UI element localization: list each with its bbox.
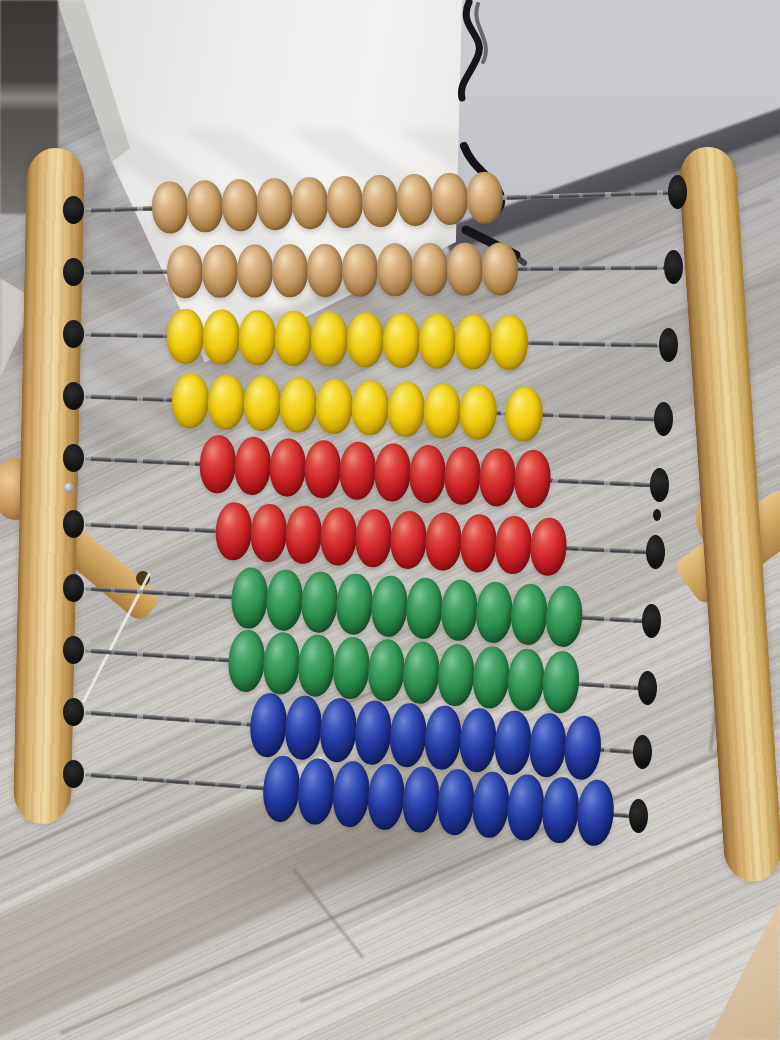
bead-r1-3[interactable] <box>221 179 259 232</box>
bead-r6-2[interactable] <box>249 503 288 563</box>
bead-r2-5[interactable] <box>307 243 343 296</box>
bead-r4-5[interactable] <box>315 378 354 434</box>
bead-r6-8[interactable] <box>459 513 498 573</box>
grommet-left-r3 <box>63 320 84 348</box>
bead-r5-2[interactable] <box>233 436 272 496</box>
grommet-right-r5 <box>650 468 669 502</box>
grommet-right-r1 <box>668 175 687 209</box>
bead-r2-1[interactable] <box>167 244 203 297</box>
grommet-left-r4 <box>63 382 84 410</box>
bead-r10-2[interactable] <box>296 757 337 826</box>
bead-r7-10[interactable] <box>544 584 583 647</box>
grommet-right-r9 <box>633 735 652 769</box>
screw <box>64 483 74 493</box>
bead-r10-8[interactable] <box>505 773 546 842</box>
bead-r4-9[interactable] <box>459 383 498 439</box>
bead-r1-1[interactable] <box>151 181 189 234</box>
bead-r6-10[interactable] <box>529 517 568 577</box>
bead-r4-2[interactable] <box>207 373 246 429</box>
bead-r10-10[interactable] <box>575 779 616 848</box>
grommet-left-r5 <box>63 444 84 472</box>
grommet-right-r8 <box>638 671 657 705</box>
bead-r1-8[interactable] <box>396 173 434 226</box>
grommet-left-r9 <box>63 698 84 726</box>
bead-r2-2[interactable] <box>202 244 238 297</box>
bead-r5-6[interactable] <box>373 443 412 503</box>
bead-r2-7[interactable] <box>377 243 413 296</box>
bead-r7-6[interactable] <box>405 576 444 639</box>
bead-r3-3[interactable] <box>238 309 276 365</box>
bead-r4-4[interactable] <box>279 376 318 432</box>
grommet-right-r2 <box>664 250 683 284</box>
bead-r10-7[interactable] <box>470 771 511 840</box>
grommet-left-r2 <box>63 258 84 286</box>
bead-r1-4[interactable] <box>256 178 294 231</box>
bead-r5-10[interactable] <box>513 449 552 509</box>
grommet-right-r4 <box>654 402 673 436</box>
bead-r1-9[interactable] <box>431 172 469 225</box>
bead-r10-5[interactable] <box>401 765 442 834</box>
bead-r6-4[interactable] <box>319 507 358 567</box>
bead-r1-10[interactable] <box>466 171 504 224</box>
bead-r1-7[interactable] <box>361 174 399 227</box>
bead-r2-3[interactable] <box>237 244 273 297</box>
bead-r10-9[interactable] <box>540 776 581 845</box>
bead-r7-3[interactable] <box>300 570 339 633</box>
bead-r2-9[interactable] <box>447 242 483 295</box>
grommet-right-r10 <box>629 799 648 833</box>
bead-r7-8[interactable] <box>475 580 514 643</box>
bead-r7-5[interactable] <box>370 574 409 637</box>
bead-r1-6[interactable] <box>326 176 364 229</box>
bead-r4-6[interactable] <box>351 379 390 435</box>
bead-r4-7[interactable] <box>387 381 426 437</box>
bead-r10-1[interactable] <box>261 755 302 824</box>
bead-r6-9[interactable] <box>494 515 533 575</box>
bead-r5-4[interactable] <box>303 439 342 499</box>
bead-r4-8[interactable] <box>423 382 462 438</box>
bead-r4-10[interactable] <box>505 385 544 441</box>
bead-r6-7[interactable] <box>424 512 463 572</box>
grommet-right-r3 <box>659 328 678 362</box>
bead-r5-9[interactable] <box>478 448 517 508</box>
bead-r3-1[interactable] <box>166 308 204 364</box>
grommet-left-r10 <box>63 760 84 788</box>
bead-r2-10[interactable] <box>482 242 518 295</box>
grommet-left-r7 <box>63 574 84 602</box>
bead-r10-4[interactable] <box>366 763 407 832</box>
bead-r4-3[interactable] <box>243 375 282 431</box>
bead-r3-8[interactable] <box>418 313 456 369</box>
bead-r3-5[interactable] <box>310 311 348 367</box>
right-post-hole <box>653 509 661 521</box>
bead-r6-6[interactable] <box>389 510 428 570</box>
bead-r10-6[interactable] <box>435 768 476 837</box>
bead-r7-7[interactable] <box>440 578 479 641</box>
bead-r3-4[interactable] <box>274 310 312 366</box>
bead-r1-5[interactable] <box>291 177 329 230</box>
bead-r5-1[interactable] <box>199 434 238 494</box>
bead-r3-10[interactable] <box>490 314 528 370</box>
bead-r6-3[interactable] <box>284 505 323 565</box>
bead-r5-3[interactable] <box>268 438 307 498</box>
bead-r3-6[interactable] <box>346 311 384 367</box>
bead-r3-9[interactable] <box>454 313 492 369</box>
grommet-right-r7 <box>642 604 661 638</box>
bead-r5-5[interactable] <box>338 441 377 501</box>
bead-r3-2[interactable] <box>202 309 240 365</box>
bead-r5-7[interactable] <box>408 444 447 504</box>
bead-r5-8[interactable] <box>443 446 482 506</box>
bead-r10-3[interactable] <box>331 760 372 829</box>
bead-r1-2[interactable] <box>186 180 224 233</box>
bead-r2-6[interactable] <box>342 243 378 296</box>
grommet-left-r1 <box>63 196 84 224</box>
bead-r7-9[interactable] <box>510 582 549 645</box>
grommet-right-r6 <box>646 535 665 569</box>
grommet-left-r6 <box>63 510 84 538</box>
bead-r2-8[interactable] <box>412 242 448 295</box>
bead-r7-4[interactable] <box>335 572 374 635</box>
bead-r2-4[interactable] <box>272 244 308 297</box>
bead-r4-1[interactable] <box>171 372 210 428</box>
bead-r3-7[interactable] <box>382 312 420 368</box>
bead-r6-1[interactable] <box>214 501 253 561</box>
grommet-left-r8 <box>63 636 84 664</box>
bead-r6-5[interactable] <box>354 508 393 568</box>
abacus-photo <box>0 0 780 1040</box>
